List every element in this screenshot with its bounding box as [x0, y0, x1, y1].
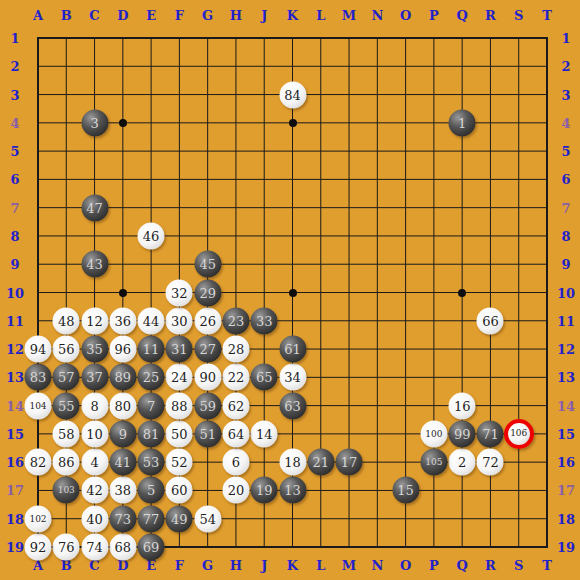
stone-63-black-K14: 63 [279, 392, 306, 419]
col-label-top-G[interactable]: G [202, 8, 213, 23]
row-label-right-16[interactable]: 16 [557, 455, 575, 470]
stone-number: 92 [30, 541, 47, 554]
stone-number: 102 [29, 514, 46, 523]
stone-44-white-E11: 44 [138, 307, 165, 334]
stone-number: 16 [454, 399, 471, 412]
stone-6-white-H16: 6 [222, 449, 249, 476]
row-label-right-10[interactable]: 10 [557, 285, 575, 300]
row-label-left-5[interactable]: 5 [10, 144, 19, 159]
stone-53-black-E16: 53 [138, 449, 165, 476]
stone-number: 65 [256, 371, 273, 384]
stone-number: 86 [58, 456, 75, 469]
stone-15-black-O17: 15 [392, 477, 419, 504]
stone-25-black-E13: 25 [138, 364, 165, 391]
stone-72-white-R16: 72 [477, 449, 504, 476]
row-label-left-13[interactable]: 13 [6, 370, 24, 385]
stone-number: 106 [510, 429, 527, 438]
star-point-D4 [119, 119, 127, 127]
stone-number: 24 [171, 371, 188, 384]
stone-number: 31 [171, 343, 188, 356]
row-label-left-4[interactable]: 4 [10, 115, 19, 130]
row-label-right-17[interactable]: 17 [557, 483, 575, 498]
stone-number: 83 [30, 371, 47, 384]
row-label-left-12[interactable]: 12 [6, 342, 24, 357]
stone-48-white-B11: 48 [53, 307, 80, 334]
row-label-left-9[interactable]: 9 [10, 257, 19, 272]
col-label-top-N[interactable]: N [371, 8, 383, 23]
stone-80-white-D14: 80 [109, 392, 136, 419]
stone-number: 19 [256, 484, 273, 497]
stone-number: 76 [58, 541, 75, 554]
stone-number: 5 [147, 484, 155, 497]
stone-number: 8 [90, 399, 98, 412]
stone-12-white-C11: 12 [81, 307, 108, 334]
stone-number: 77 [143, 512, 160, 525]
stone-number: 52 [171, 456, 188, 469]
row-label-right-13[interactable]: 13 [557, 370, 575, 385]
col-label-top-S[interactable]: S [514, 8, 523, 23]
row-label-right-18[interactable]: 18 [557, 511, 575, 526]
stone-number: 6 [232, 456, 240, 469]
row-label-right-8[interactable]: 8 [561, 228, 570, 243]
col-label-bottom-K[interactable]: K [287, 558, 298, 573]
stone-17-black-M16: 17 [336, 449, 363, 476]
row-label-left-19[interactable]: 19 [6, 540, 24, 555]
star-point-K10 [289, 289, 297, 297]
stone-42-white-C17: 42 [81, 477, 108, 504]
stone-number: 105 [425, 458, 442, 467]
stone-45-black-G9: 45 [194, 251, 221, 278]
stone-number: 41 [115, 456, 132, 469]
stone-19-black-J17: 19 [251, 477, 278, 504]
stone-71-black-R15: 71 [477, 420, 504, 447]
stone-number: 88 [171, 399, 188, 412]
row-label-right-15[interactable]: 15 [557, 426, 575, 441]
stone-83-black-A13: 83 [25, 364, 52, 391]
row-label-right-9[interactable]: 9 [561, 257, 570, 272]
stone-number: 64 [228, 427, 245, 440]
stone-number: 2 [458, 456, 466, 469]
col-label-bottom-G[interactable]: G [202, 558, 213, 573]
stone-number: 7 [147, 399, 155, 412]
col-label-top-R[interactable]: R [485, 8, 496, 23]
stone-4-white-C16: 4 [81, 449, 108, 476]
stone-38-white-D17: 38 [109, 477, 136, 504]
stone-number: 17 [341, 456, 358, 469]
row-label-right-11[interactable]: 11 [557, 313, 575, 328]
stone-96-white-D12: 96 [109, 336, 136, 363]
stone-number: 104 [29, 401, 46, 410]
stone-65-black-J13: 65 [251, 364, 278, 391]
col-label-top-D[interactable]: D [117, 8, 128, 23]
row-label-right-7[interactable]: 7 [561, 200, 570, 215]
stone-number: 35 [86, 343, 103, 356]
stone-number: 51 [199, 427, 216, 440]
stone-99-black-Q15: 99 [449, 420, 476, 447]
stone-2-white-Q16: 2 [449, 449, 476, 476]
star-point-K4 [289, 119, 297, 127]
stone-16-white-Q14: 16 [449, 392, 476, 419]
stone-49-black-F18: 49 [166, 505, 193, 532]
col-label-top-B[interactable]: B [61, 8, 72, 23]
row-label-left-14[interactable]: 14 [6, 398, 24, 413]
stone-52-white-F16: 52 [166, 449, 193, 476]
stone-11-black-E12: 11 [138, 336, 165, 363]
stone-50-white-F15: 50 [166, 420, 193, 447]
stone-number: 53 [143, 456, 160, 469]
stone-105-black-P16: 105 [420, 449, 447, 476]
col-label-bottom-H[interactable]: H [230, 558, 242, 573]
stone-46-white-E8: 46 [138, 222, 165, 249]
stone-number: 96 [115, 343, 132, 356]
stone-number: 14 [256, 427, 273, 440]
stone-10-white-C15: 10 [81, 420, 108, 447]
stone-number: 74 [86, 541, 103, 554]
stone-number: 11 [143, 343, 160, 356]
stone-60-white-F17: 60 [166, 477, 193, 504]
stone-number: 48 [58, 314, 75, 327]
stone-106-white-S15: 106 [504, 419, 534, 449]
stone-51-black-G15: 51 [194, 420, 221, 447]
stone-number: 54 [199, 512, 216, 525]
row-label-right-5[interactable]: 5 [561, 144, 570, 159]
row-label-left-17[interactable]: 17 [6, 483, 24, 498]
stone-number: 68 [115, 541, 132, 554]
star-point-D10 [119, 289, 127, 297]
stone-62-white-H14: 62 [222, 392, 249, 419]
stone-32-white-F10: 32 [166, 279, 193, 306]
stone-35-black-C12: 35 [81, 336, 108, 363]
stone-84-white-K3: 84 [279, 81, 306, 108]
col-label-top-T[interactable]: T [542, 8, 552, 23]
col-label-bottom-Q[interactable]: Q [456, 558, 467, 573]
stone-number: 43 [86, 258, 103, 271]
stone-5-black-E17: 5 [138, 477, 165, 504]
stone-number: 45 [199, 258, 216, 271]
stone-74-white-C19: 74 [81, 534, 108, 561]
row-label-right-3[interactable]: 3 [561, 87, 570, 102]
stone-29-black-G10: 29 [194, 279, 221, 306]
col-label-top-L[interactable]: L [316, 8, 325, 23]
stone-102-white-A18: 102 [25, 505, 52, 532]
stone-number: 29 [199, 286, 216, 299]
col-label-bottom-L[interactable]: L [316, 558, 325, 573]
stone-76-white-B19: 76 [53, 534, 80, 561]
stone-number: 36 [115, 314, 132, 327]
stone-number: 60 [171, 484, 188, 497]
stone-68-white-D19: 68 [109, 534, 136, 561]
stone-number: 80 [115, 399, 132, 412]
stone-number: 37 [86, 371, 103, 384]
star-point-Q10 [458, 289, 466, 297]
stone-100-white-P15: 100 [420, 420, 447, 447]
col-label-top-K[interactable]: K [287, 8, 298, 23]
stone-59-black-G14: 59 [194, 392, 221, 419]
stone-58-white-B15: 58 [53, 420, 80, 447]
stone-number: 50 [171, 427, 188, 440]
stone-number: 100 [425, 429, 442, 438]
stone-94-white-A12: 94 [25, 336, 52, 363]
stone-43-black-C9: 43 [81, 251, 108, 278]
col-label-top-C[interactable]: C [89, 8, 99, 23]
col-label-top-H[interactable]: H [230, 8, 242, 23]
stone-number: 89 [115, 371, 132, 384]
row-label-left-1[interactable]: 1 [10, 31, 19, 46]
stone-34-white-K13: 34 [279, 364, 306, 391]
col-label-bottom-O[interactable]: O [400, 558, 411, 573]
stone-number: 81 [143, 427, 160, 440]
stone-30-white-F11: 30 [166, 307, 193, 334]
stone-3-black-C4: 3 [81, 109, 108, 136]
stone-number: 28 [228, 343, 245, 356]
col-label-top-F[interactable]: F [175, 8, 184, 23]
col-label-bottom-N[interactable]: N [371, 558, 383, 573]
col-label-bottom-S[interactable]: S [514, 558, 523, 573]
stone-number: 58 [58, 427, 75, 440]
stone-7-black-E14: 7 [138, 392, 165, 419]
row-label-left-8[interactable]: 8 [10, 228, 19, 243]
stone-28-white-H12: 28 [222, 336, 249, 363]
stone-number: 84 [284, 88, 301, 101]
row-label-right-14[interactable]: 14 [557, 398, 575, 413]
stone-37-black-C13: 37 [81, 364, 108, 391]
stone-number: 82 [30, 456, 47, 469]
col-label-bottom-F[interactable]: F [175, 558, 184, 573]
col-label-top-Q[interactable]: Q [456, 8, 467, 23]
stone-number: 20 [228, 484, 245, 497]
stone-number: 23 [228, 314, 245, 327]
stone-24-white-F13: 24 [166, 364, 193, 391]
stone-56-white-B12: 56 [53, 336, 80, 363]
stone-20-white-H17: 20 [222, 477, 249, 504]
row-label-right-6[interactable]: 6 [561, 172, 570, 187]
stone-number: 3 [90, 116, 98, 129]
row-label-left-2[interactable]: 2 [10, 59, 19, 74]
col-label-top-P[interactable]: P [429, 8, 439, 23]
col-label-bottom-M[interactable]: M [342, 558, 356, 573]
stone-69-black-E19: 69 [138, 534, 165, 561]
stone-21-black-L16: 21 [307, 449, 334, 476]
stone-26-white-G11: 26 [194, 307, 221, 334]
col-label-top-J[interactable]: J [261, 8, 267, 23]
stone-number: 72 [482, 456, 499, 469]
stone-103-black-B17: 103 [53, 477, 80, 504]
row-label-right-1[interactable]: 1 [561, 31, 570, 46]
stone-9-black-D15: 9 [109, 420, 136, 447]
stone-18-white-K16: 18 [279, 449, 306, 476]
stone-number: 42 [86, 484, 103, 497]
stone-57-black-B13: 57 [53, 364, 80, 391]
stone-number: 61 [284, 343, 301, 356]
stone-number: 22 [228, 371, 245, 384]
stone-number: 99 [454, 427, 471, 440]
stone-1-black-Q4: 1 [449, 109, 476, 136]
stone-54-white-G18: 54 [194, 505, 221, 532]
stone-number: 63 [284, 399, 301, 412]
stone-number: 15 [397, 484, 414, 497]
stone-number: 55 [58, 399, 75, 412]
stone-61-black-K12: 61 [279, 336, 306, 363]
stone-33-black-J11: 33 [251, 307, 278, 334]
stone-number: 49 [171, 512, 188, 525]
stone-66-white-R11: 66 [477, 307, 504, 334]
stone-23-black-H11: 23 [222, 307, 249, 334]
stone-81-black-E15: 81 [138, 420, 165, 447]
stone-number: 59 [199, 399, 216, 412]
col-label-top-A[interactable]: A [33, 8, 43, 23]
row-label-left-11[interactable]: 11 [6, 313, 24, 328]
stone-14-white-J15: 14 [251, 420, 278, 447]
row-label-left-6[interactable]: 6 [10, 172, 19, 187]
stone-89-black-D13: 89 [109, 364, 136, 391]
stone-number: 38 [115, 484, 132, 497]
row-label-left-16[interactable]: 16 [6, 455, 24, 470]
stone-number: 57 [58, 371, 75, 384]
stone-number: 27 [199, 343, 216, 356]
stone-number: 66 [482, 314, 499, 327]
stone-number: 40 [86, 512, 103, 525]
stone-number: 21 [312, 456, 329, 469]
stone-number: 13 [284, 484, 301, 497]
stone-86-white-B16: 86 [53, 449, 80, 476]
stone-13-black-K17: 13 [279, 477, 306, 504]
row-label-left-7[interactable]: 7 [10, 200, 19, 215]
stone-number: 25 [143, 371, 160, 384]
stone-number: 34 [284, 371, 301, 384]
stone-number: 73 [115, 512, 132, 525]
stone-number: 10 [86, 427, 103, 440]
row-label-left-3[interactable]: 3 [10, 87, 19, 102]
col-label-bottom-T[interactable]: T [542, 558, 552, 573]
row-label-right-19[interactable]: 19 [557, 540, 575, 555]
row-label-right-12[interactable]: 12 [557, 342, 575, 357]
stone-40-white-C18: 40 [81, 505, 108, 532]
stone-88-white-F14: 88 [166, 392, 193, 419]
stone-number: 9 [119, 427, 127, 440]
stone-77-black-E18: 77 [138, 505, 165, 532]
stone-92-white-A19: 92 [25, 534, 52, 561]
stone-104-white-A14: 104 [25, 392, 52, 419]
stone-90-white-G13: 90 [194, 364, 221, 391]
stone-82-white-A16: 82 [25, 449, 52, 476]
stone-number: 56 [58, 343, 75, 356]
stone-31-black-F12: 31 [166, 336, 193, 363]
col-label-bottom-R[interactable]: R [485, 558, 496, 573]
stone-number: 94 [30, 343, 47, 356]
stone-number: 18 [284, 456, 301, 469]
go-board[interactable]: AABBCCDDEEFFGGHHJJKKLLMMNNOOPPQQRRSSTT11… [0, 0, 580, 580]
stone-number: 46 [143, 229, 160, 242]
stone-73-black-D18: 73 [109, 505, 136, 532]
stone-8-white-C14: 8 [81, 392, 108, 419]
col-label-top-O[interactable]: O [400, 8, 411, 23]
stone-55-black-B14: 55 [53, 392, 80, 419]
stone-number: 33 [256, 314, 273, 327]
row-label-left-15[interactable]: 15 [6, 426, 24, 441]
stone-number: 71 [482, 427, 499, 440]
stone-47-black-C7: 47 [81, 194, 108, 221]
stone-number: 4 [90, 456, 98, 469]
row-label-left-10[interactable]: 10 [6, 285, 24, 300]
stone-number: 44 [143, 314, 160, 327]
stone-22-white-H13: 22 [222, 364, 249, 391]
stone-number: 62 [228, 399, 245, 412]
stone-number: 47 [86, 201, 103, 214]
col-label-top-E[interactable]: E [146, 8, 156, 23]
stone-41-black-D16: 41 [109, 449, 136, 476]
stone-number: 1 [458, 116, 466, 129]
stone-36-white-D11: 36 [109, 307, 136, 334]
stone-number: 103 [58, 486, 75, 495]
stone-number: 32 [171, 286, 188, 299]
row-label-right-4[interactable]: 4 [561, 115, 570, 130]
stone-number: 26 [199, 314, 216, 327]
stone-number: 90 [199, 371, 216, 384]
stone-number: 30 [171, 314, 188, 327]
row-label-right-2[interactable]: 2 [561, 59, 570, 74]
col-label-top-M[interactable]: M [342, 8, 356, 23]
stone-number: 12 [86, 314, 103, 327]
row-label-left-18[interactable]: 18 [6, 511, 24, 526]
stone-number: 69 [143, 541, 160, 554]
col-label-bottom-J[interactable]: J [261, 558, 267, 573]
stone-27-black-G12: 27 [194, 336, 221, 363]
col-label-bottom-P[interactable]: P [429, 558, 439, 573]
stone-64-white-H15: 64 [222, 420, 249, 447]
